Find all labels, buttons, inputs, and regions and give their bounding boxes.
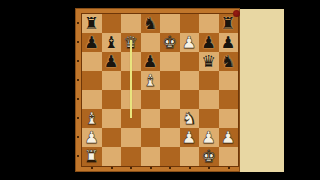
- square-h7[interactable]: ♟: [219, 33, 239, 52]
- square-d1[interactable]: [141, 147, 161, 166]
- chess-board[interactable]: ♜♞♜♟♝♛♚♟♟♟♟♟♛♞♝♝♞♟♟♟♟♜♚: [82, 14, 238, 166]
- piece-white-king-g1[interactable]: ♚: [201, 147, 216, 166]
- piece-black-rook-a8[interactable]: ♜: [84, 14, 99, 33]
- square-e5[interactable]: [160, 71, 180, 90]
- last-move-indicator-line: [130, 40, 132, 118]
- rank-tick-8: [77, 22, 79, 24]
- square-e4[interactable]: [160, 90, 180, 109]
- square-b8[interactable]: [102, 14, 122, 33]
- square-e1[interactable]: [160, 147, 180, 166]
- square-f3[interactable]: ♞: [180, 109, 200, 128]
- file-tick-g: [208, 167, 210, 169]
- square-c8[interactable]: [121, 14, 141, 33]
- file-tick-f: [189, 167, 191, 169]
- square-d4[interactable]: [141, 90, 161, 109]
- square-b6[interactable]: ♟: [102, 52, 122, 71]
- square-e2[interactable]: [160, 128, 180, 147]
- square-g3[interactable]: [199, 109, 219, 128]
- square-b3[interactable]: [102, 109, 122, 128]
- piece-black-bishop-b7[interactable]: ♝: [104, 33, 119, 52]
- square-b4[interactable]: [102, 90, 122, 109]
- square-d2[interactable]: [141, 128, 161, 147]
- square-c2[interactable]: [121, 128, 141, 147]
- square-h2[interactable]: ♟: [219, 128, 239, 147]
- square-f8[interactable]: [180, 14, 200, 33]
- square-g1[interactable]: ♚: [199, 147, 219, 166]
- square-g8[interactable]: [199, 14, 219, 33]
- square-d8[interactable]: ♞: [141, 14, 161, 33]
- square-d3[interactable]: [141, 109, 161, 128]
- rank-tick-2: [77, 136, 79, 138]
- square-d6[interactable]: ♟: [141, 52, 161, 71]
- rank-tick-3: [77, 117, 79, 119]
- piece-black-queen-g6[interactable]: ♛: [201, 52, 216, 71]
- piece-black-pawn-b6[interactable]: ♟: [104, 52, 119, 71]
- square-b2[interactable]: [102, 128, 122, 147]
- piece-white-rook-a1[interactable]: ♜: [84, 147, 99, 166]
- piece-black-pawn-d6[interactable]: ♟: [143, 52, 158, 71]
- square-a8[interactable]: ♜: [82, 14, 102, 33]
- square-f4[interactable]: [180, 90, 200, 109]
- square-b7[interactable]: ♝: [102, 33, 122, 52]
- piece-white-bishop-a3[interactable]: ♝: [84, 109, 99, 128]
- file-tick-d: [150, 167, 152, 169]
- square-g6[interactable]: ♛: [199, 52, 219, 71]
- piece-black-pawn-h7[interactable]: ♟: [221, 33, 236, 52]
- board-frame: ♜♞♜♟♝♛♚♟♟♟♟♟♛♞♝♝♞♟♟♟♟♜♚: [75, 8, 240, 172]
- square-a6[interactable]: [82, 52, 102, 71]
- square-f1[interactable]: [180, 147, 200, 166]
- rank-tick-4: [77, 98, 79, 100]
- square-d5[interactable]: ♝: [141, 71, 161, 90]
- square-f7[interactable]: ♟: [180, 33, 200, 52]
- piece-white-pawn-f2[interactable]: ♟: [182, 128, 197, 147]
- file-tick-b: [111, 167, 113, 169]
- file-tick-c: [130, 167, 132, 169]
- square-d7[interactable]: [141, 33, 161, 52]
- square-g7[interactable]: ♟: [199, 33, 219, 52]
- piece-white-pawn-f7[interactable]: ♟: [182, 33, 197, 52]
- piece-white-knight-f3[interactable]: ♞: [182, 109, 197, 128]
- rank-tick-7: [77, 41, 79, 43]
- piece-black-rook-h8[interactable]: ♜: [221, 14, 236, 33]
- square-a4[interactable]: [82, 90, 102, 109]
- rank-tick-5: [77, 79, 79, 81]
- piece-black-pawn-a7[interactable]: ♟: [84, 33, 99, 52]
- square-a3[interactable]: ♝: [82, 109, 102, 128]
- square-f2[interactable]: ♟: [180, 128, 200, 147]
- square-g4[interactable]: [199, 90, 219, 109]
- square-b1[interactable]: [102, 147, 122, 166]
- window-background-panel: [240, 9, 284, 172]
- square-e7[interactable]: ♚: [160, 33, 180, 52]
- piece-black-knight-h6[interactable]: ♞: [221, 52, 236, 71]
- square-f6[interactable]: [180, 52, 200, 71]
- square-e8[interactable]: [160, 14, 180, 33]
- square-b5[interactable]: [102, 71, 122, 90]
- square-a1[interactable]: ♜: [82, 147, 102, 166]
- square-h4[interactable]: [219, 90, 239, 109]
- square-g2[interactable]: ♟: [199, 128, 219, 147]
- piece-white-pawn-h2[interactable]: ♟: [221, 128, 236, 147]
- square-g5[interactable]: [199, 71, 219, 90]
- square-h6[interactable]: ♞: [219, 52, 239, 71]
- square-a7[interactable]: ♟: [82, 33, 102, 52]
- square-f5[interactable]: [180, 71, 200, 90]
- piece-white-king-e7[interactable]: ♚: [162, 33, 177, 52]
- square-a2[interactable]: ♟: [82, 128, 102, 147]
- square-h1[interactable]: [219, 147, 239, 166]
- file-tick-h: [228, 167, 230, 169]
- square-h3[interactable]: [219, 109, 239, 128]
- file-tick-a: [91, 167, 93, 169]
- square-c1[interactable]: [121, 147, 141, 166]
- piece-black-pawn-g7[interactable]: ♟: [201, 33, 216, 52]
- piece-white-bishop-d5[interactable]: ♝: [143, 71, 158, 90]
- record-indicator-dot: [233, 10, 240, 17]
- piece-white-pawn-a2[interactable]: ♟: [84, 128, 99, 147]
- piece-black-knight-d8[interactable]: ♞: [143, 14, 158, 33]
- rank-tick-1: [77, 155, 79, 157]
- square-e6[interactable]: [160, 52, 180, 71]
- square-h5[interactable]: [219, 71, 239, 90]
- piece-white-pawn-g2[interactable]: ♟: [201, 128, 216, 147]
- square-a5[interactable]: [82, 71, 102, 90]
- file-tick-e: [169, 167, 171, 169]
- video-frame: ♜♞♜♟♝♛♚♟♟♟♟♟♛♞♝♝♞♟♟♟♟♜♚: [0, 0, 320, 180]
- square-e3[interactable]: [160, 109, 180, 128]
- rank-tick-6: [77, 60, 79, 62]
